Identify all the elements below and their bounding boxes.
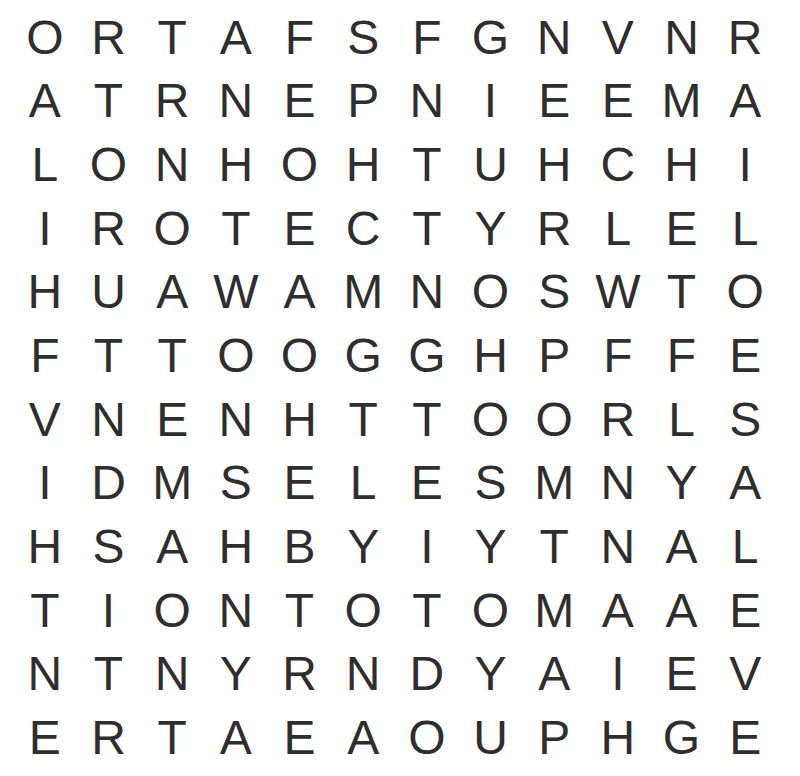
grid-cell[interactable]: U xyxy=(459,706,523,770)
grid-cell[interactable]: H xyxy=(13,515,77,579)
grid-cell[interactable]: S xyxy=(522,261,586,325)
grid-cell[interactable]: D xyxy=(77,452,141,516)
grid-cell[interactable]: A xyxy=(13,70,77,134)
grid-cell[interactable]: A xyxy=(204,706,268,770)
grid-cell[interactable]: M xyxy=(522,579,586,643)
grid-cell[interactable]: H xyxy=(522,133,586,197)
grid-cell[interactable]: A xyxy=(204,6,268,70)
grid-cell[interactable]: O xyxy=(459,388,523,452)
grid-cell[interactable]: I xyxy=(459,70,523,134)
grid-cell[interactable]: N xyxy=(395,261,459,325)
grid-cell[interactable]: R xyxy=(140,70,204,134)
grid-cell[interactable]: S xyxy=(331,6,395,70)
grid-cell[interactable]: B xyxy=(268,515,332,579)
grid-cell[interactable]: H xyxy=(331,133,395,197)
grid-cell[interactable]: O xyxy=(522,388,586,452)
grid-cell[interactable]: O xyxy=(459,579,523,643)
grid-cell[interactable]: S xyxy=(204,452,268,516)
grid-cell[interactable]: A xyxy=(650,515,714,579)
grid-cell[interactable]: E xyxy=(13,706,77,770)
grid-cell[interactable]: R xyxy=(77,197,141,261)
grid-cell[interactable]: N xyxy=(204,70,268,134)
grid-cell[interactable]: E xyxy=(268,452,332,516)
grid-cell[interactable]: Y xyxy=(459,643,523,707)
grid-cell[interactable]: Y xyxy=(459,197,523,261)
grid-cell[interactable]: O xyxy=(459,261,523,325)
grid-cell[interactable]: O xyxy=(268,324,332,388)
grid-cell[interactable]: T xyxy=(395,388,459,452)
grid-cell[interactable]: T xyxy=(522,515,586,579)
grid-cell[interactable]: A xyxy=(140,515,204,579)
grid-cell[interactable]: F xyxy=(650,324,714,388)
grid-cell[interactable]: R xyxy=(586,388,650,452)
grid-cell[interactable]: T xyxy=(395,197,459,261)
grid-cell[interactable]: R xyxy=(77,706,141,770)
grid-cell[interactable]: G xyxy=(395,324,459,388)
grid-cell[interactable]: R xyxy=(522,197,586,261)
grid-cell[interactable]: G xyxy=(650,706,714,770)
grid-cell[interactable]: A xyxy=(586,579,650,643)
grid-cell[interactable]: H xyxy=(459,324,523,388)
grid-cell[interactable]: T xyxy=(13,579,77,643)
grid-cell[interactable]: I xyxy=(77,579,141,643)
grid-cell[interactable]: L xyxy=(650,388,714,452)
grid-cell[interactable]: M xyxy=(650,70,714,134)
grid-cell[interactable]: E xyxy=(650,197,714,261)
grid-cell[interactable]: R xyxy=(713,6,777,70)
grid-cell[interactable]: E xyxy=(268,706,332,770)
grid-cell[interactable]: T xyxy=(395,579,459,643)
grid-cell[interactable]: H xyxy=(204,515,268,579)
grid-cell[interactable]: N xyxy=(204,579,268,643)
grid-cell[interactable]: I xyxy=(13,197,77,261)
grid-cell[interactable]: P xyxy=(522,706,586,770)
grid-cell[interactable]: G xyxy=(331,324,395,388)
grid-cell[interactable]: E xyxy=(713,706,777,770)
grid-cell[interactable]: A xyxy=(713,70,777,134)
grid-cell[interactable]: E xyxy=(395,452,459,516)
grid-cell[interactable]: T xyxy=(331,388,395,452)
grid-cell[interactable]: T xyxy=(77,643,141,707)
grid-cell[interactable]: R xyxy=(268,643,332,707)
grid-cell[interactable]: I xyxy=(586,643,650,707)
grid-cell[interactable]: A xyxy=(331,706,395,770)
grid-cell[interactable]: O xyxy=(140,197,204,261)
grid-cell[interactable]: O xyxy=(713,261,777,325)
grid-cell[interactable]: E xyxy=(650,643,714,707)
grid-cell[interactable]: T xyxy=(268,579,332,643)
grid-cell[interactable]: V xyxy=(713,643,777,707)
grid-cell[interactable]: O xyxy=(13,6,77,70)
grid-cell[interactable]: E xyxy=(140,388,204,452)
grid-cell[interactable]: T xyxy=(650,261,714,325)
grid-cell[interactable]: M xyxy=(522,452,586,516)
grid-cell[interactable]: L xyxy=(713,515,777,579)
word-search-grid: ORTAFSFGNVNRATRNEPNIEEMALONHOHTUHCHIIROT… xyxy=(13,6,777,770)
grid-cell[interactable]: S xyxy=(77,515,141,579)
grid-cell[interactable]: R xyxy=(77,6,141,70)
grid-cell[interactable]: M xyxy=(331,261,395,325)
grid-cell[interactable]: U xyxy=(459,133,523,197)
grid-cell[interactable]: T xyxy=(77,324,141,388)
grid-cell[interactable]: N xyxy=(204,388,268,452)
grid-cell[interactable]: I xyxy=(13,452,77,516)
grid-cell[interactable]: C xyxy=(331,197,395,261)
grid-cell[interactable]: L xyxy=(713,197,777,261)
grid-cell[interactable]: L xyxy=(331,452,395,516)
grid-cell[interactable]: H xyxy=(204,133,268,197)
grid-cell[interactable]: F xyxy=(586,324,650,388)
grid-cell[interactable]: T xyxy=(395,133,459,197)
grid-cell[interactable]: I xyxy=(713,133,777,197)
grid-cell[interactable]: F xyxy=(13,324,77,388)
grid-cell[interactable]: N xyxy=(13,643,77,707)
grid-cell[interactable]: E xyxy=(268,70,332,134)
grid-cell[interactable]: Y xyxy=(331,515,395,579)
word-search-screen: ORTAFSFGNVNRATRNEPNIEEMALONHOHTUHCHIIROT… xyxy=(0,0,800,776)
grid-cell[interactable]: T xyxy=(140,6,204,70)
grid-cell[interactable]: O xyxy=(331,579,395,643)
grid-cell[interactable]: H xyxy=(13,261,77,325)
grid-cell[interactable]: N xyxy=(650,6,714,70)
grid-cell[interactable]: F xyxy=(268,6,332,70)
grid-cell[interactable]: Y xyxy=(459,515,523,579)
grid-cell[interactable]: W xyxy=(204,261,268,325)
grid-cell[interactable]: T xyxy=(77,70,141,134)
grid-cell[interactable]: A xyxy=(713,452,777,516)
grid-cell[interactable]: S xyxy=(713,388,777,452)
grid-cell[interactable]: W xyxy=(586,261,650,325)
grid-cell[interactable]: A xyxy=(140,261,204,325)
grid-cell[interactable]: T xyxy=(204,197,268,261)
grid-cell[interactable]: V xyxy=(13,388,77,452)
grid-cell[interactable]: O xyxy=(395,706,459,770)
grid-cell[interactable]: Y xyxy=(650,452,714,516)
grid-cell[interactable]: N xyxy=(395,70,459,134)
grid-cell[interactable]: A xyxy=(268,261,332,325)
grid-cell[interactable]: H xyxy=(268,388,332,452)
grid-cell[interactable]: S xyxy=(459,452,523,516)
grid-cell[interactable]: I xyxy=(395,515,459,579)
grid-cell[interactable]: D xyxy=(395,643,459,707)
grid-cell[interactable]: E xyxy=(268,197,332,261)
grid-cell[interactable]: T xyxy=(140,706,204,770)
grid-cell[interactable]: O xyxy=(268,133,332,197)
grid-cell[interactable]: L xyxy=(586,197,650,261)
grid-cell[interactable]: N xyxy=(331,643,395,707)
grid-cell[interactable]: E xyxy=(713,324,777,388)
grid-cell[interactable]: E xyxy=(713,579,777,643)
grid-cell[interactable]: H xyxy=(650,133,714,197)
grid-cell[interactable]: C xyxy=(586,133,650,197)
grid-cell[interactable]: N xyxy=(586,515,650,579)
grid-cell[interactable]: A xyxy=(522,643,586,707)
grid-cell[interactable]: E xyxy=(586,70,650,134)
grid-cell[interactable]: O xyxy=(77,133,141,197)
grid-cell[interactable]: Y xyxy=(204,643,268,707)
grid-cell[interactable]: N xyxy=(586,452,650,516)
grid-cell[interactable]: F xyxy=(395,6,459,70)
grid-cell[interactable]: L xyxy=(13,133,77,197)
grid-cell[interactable]: A xyxy=(650,579,714,643)
grid-cell[interactable]: T xyxy=(140,324,204,388)
grid-cell[interactable]: O xyxy=(140,579,204,643)
grid-cell[interactable]: N xyxy=(140,133,204,197)
grid-cell[interactable]: N xyxy=(522,6,586,70)
grid-cell[interactable]: P xyxy=(522,324,586,388)
grid-cell[interactable]: O xyxy=(204,324,268,388)
grid-cell[interactable]: H xyxy=(586,706,650,770)
grid-cell[interactable]: U xyxy=(77,261,141,325)
grid-cell[interactable]: E xyxy=(522,70,586,134)
grid-cell[interactable]: G xyxy=(459,6,523,70)
grid-cell[interactable]: M xyxy=(140,452,204,516)
grid-cell[interactable]: N xyxy=(140,643,204,707)
grid-cell[interactable]: N xyxy=(77,388,141,452)
grid-cell[interactable]: V xyxy=(586,6,650,70)
grid-cell[interactable]: P xyxy=(331,70,395,134)
